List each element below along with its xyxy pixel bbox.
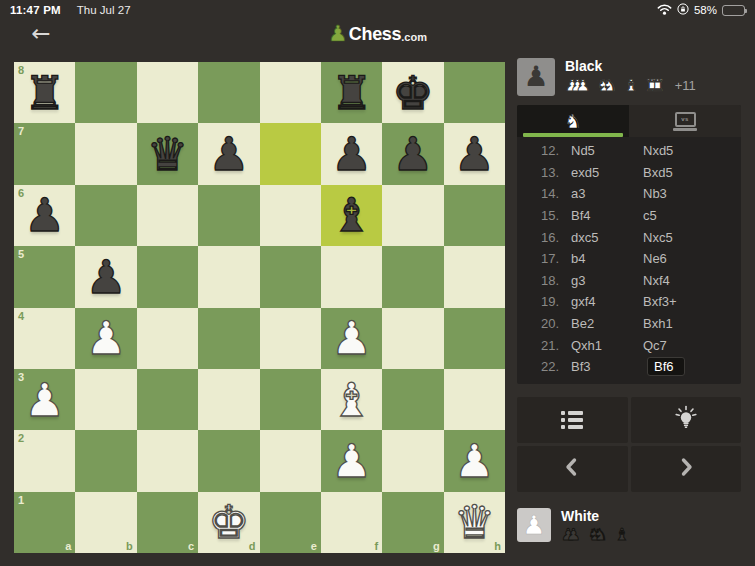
black-move[interactable]: Nxd5	[633, 143, 741, 158]
piece-wP-h2[interactable]: ♟	[454, 438, 495, 484]
piece-wB-f3[interactable]: ♝	[331, 377, 372, 423]
square-a5[interactable]: 5	[14, 246, 75, 307]
square-b4[interactable]: ♟	[75, 308, 136, 369]
square-c1[interactable]: c	[137, 492, 198, 553]
battery-percent: 58%	[694, 4, 717, 16]
square-a2[interactable]: 2	[14, 430, 75, 491]
white-move[interactable]: a3	[561, 186, 633, 201]
black-move[interactable]: Nxc5	[633, 230, 741, 245]
clock-date: Thu Jul 27	[77, 4, 131, 16]
captured-group-B: ♝	[624, 78, 638, 94]
move-number: 15.	[517, 208, 561, 223]
square-a4[interactable]: 4	[14, 308, 75, 369]
white-move[interactable]: g3	[561, 273, 633, 288]
move-row-21: 21.Qxh1Qc7	[517, 334, 741, 356]
file-label-g: g	[433, 540, 440, 552]
piece-bP-b5[interactable]: ♟	[85, 254, 126, 300]
captured-group-N: ♞♞	[588, 527, 608, 543]
square-g8[interactable]: ♚	[382, 62, 443, 123]
square-f7[interactable]: ♟	[321, 123, 382, 184]
square-f1[interactable]: f	[321, 492, 382, 553]
move-number: 22.	[517, 359, 561, 374]
white-player-row: ♟ White ♟♟♞♞♝	[517, 508, 741, 544]
captured-group-N: ♞♞	[597, 78, 617, 94]
chesscom-logo: ♟ Chess .com	[0, 20, 755, 48]
square-a6[interactable]: 6♟	[14, 185, 75, 246]
rank-label-6: 6	[18, 187, 24, 199]
square-e1[interactable]: e	[260, 492, 321, 553]
captured-group-R: ♜♜	[645, 78, 665, 94]
square-f5[interactable]	[321, 246, 382, 307]
square-b6[interactable]	[75, 185, 136, 246]
square-a1[interactable]: 1a	[14, 492, 75, 553]
white-move[interactable]: Qxh1	[561, 338, 633, 353]
move-list: 12.Nd5Nxd513.exd5Bxd514.a3Nb315.Bf4c516.…	[517, 137, 741, 384]
square-c3[interactable]	[137, 369, 198, 430]
move-row-18: 18.g3Nxf4	[517, 270, 741, 292]
square-d4[interactable]	[198, 308, 259, 369]
white-move[interactable]: Bf3	[561, 359, 633, 374]
square-a7[interactable]: 7	[14, 123, 75, 184]
rank-label-5: 5	[18, 248, 24, 260]
piece-bR-a8[interactable]: ♜	[24, 70, 65, 116]
square-h5[interactable]	[444, 246, 505, 307]
move-row-15: 15.Bf4c5	[517, 205, 741, 227]
square-c6[interactable]	[137, 185, 198, 246]
battery-icon	[722, 5, 745, 16]
move-number: 14.	[517, 186, 561, 201]
captured-piece-icon: ♝	[624, 78, 638, 94]
material-score: +11	[675, 78, 696, 93]
move-number: 12.	[517, 143, 561, 158]
square-g6[interactable]	[382, 185, 443, 246]
piece-bB-f6[interactable]: ♝	[331, 192, 372, 238]
piece-bP-g7[interactable]: ♟	[392, 131, 433, 177]
black-move[interactable]: Bxf3+	[633, 294, 741, 309]
square-g7[interactable]: ♟	[382, 123, 443, 184]
square-b1[interactable]: b	[75, 492, 136, 553]
rank-label-7: 7	[18, 125, 24, 137]
square-h3[interactable]	[444, 369, 505, 430]
captured-group-P: ♟♟♟	[565, 78, 590, 94]
piece-wP-b4[interactable]: ♟	[85, 315, 126, 361]
square-h8[interactable]	[444, 62, 505, 123]
square-a8[interactable]: 8♜	[14, 62, 75, 123]
piece-wQ-h1[interactable]: ♛	[454, 499, 495, 545]
file-label-a: a	[65, 540, 71, 552]
logo-pawn-icon: ♟	[328, 23, 348, 45]
file-label-f: f	[375, 540, 379, 552]
white-move[interactable]: Nd5	[561, 143, 633, 158]
file-label-e: e	[311, 540, 317, 552]
piece-bP-f7[interactable]: ♟	[331, 131, 372, 177]
square-g3[interactable]	[382, 369, 443, 430]
square-g1[interactable]: g	[382, 492, 443, 553]
black-move[interactable]: c5	[633, 208, 741, 223]
rotation-lock-icon	[677, 1, 689, 19]
square-h4[interactable]	[444, 308, 505, 369]
move-number: 13.	[517, 165, 561, 180]
rank-label-4: 4	[18, 310, 24, 322]
square-b3[interactable]	[75, 369, 136, 430]
side-panel: ♟ Black ♟♟♟♞♞♝♜♜+11 ♞ vs 12.Nd5Nxd513.ex…	[517, 58, 741, 544]
black-move[interactable]: Bxd5	[633, 165, 741, 180]
move-row-16: 16.dxc5Nxc5	[517, 226, 741, 248]
move-number: 18.	[517, 273, 561, 288]
square-c4[interactable]	[137, 308, 198, 369]
black-move[interactable]: Bf6	[633, 357, 741, 376]
chevron-left-icon	[561, 456, 583, 482]
square-d3[interactable]	[198, 369, 259, 430]
square-e2[interactable]	[260, 430, 321, 491]
black-player-row: ♟ Black ♟♟♟♞♞♝♜♜+11	[517, 58, 741, 96]
move-number: 16.	[517, 230, 561, 245]
square-b8[interactable]	[75, 62, 136, 123]
rank-label-1: 1	[18, 494, 24, 506]
white-move[interactable]: exd5	[561, 165, 633, 180]
square-b2[interactable]	[75, 430, 136, 491]
computer-icon: vs	[673, 112, 697, 131]
black-player-name: Black	[565, 58, 696, 74]
move-row-22: 22.Bf3Bf6	[517, 356, 741, 378]
chevron-right-icon	[675, 456, 697, 482]
captured-group-B: ♝	[614, 527, 628, 543]
clock-time: 11:47 PM	[10, 4, 61, 16]
move-row-12: 12.Nd5Nxd5	[517, 140, 741, 162]
control-buttons	[517, 397, 741, 492]
piece-bR-f8[interactable]: ♜	[331, 70, 372, 116]
captured-piece-icon: ♜	[650, 78, 664, 94]
piece-bK-g8[interactable]: ♚	[392, 70, 433, 116]
square-g5[interactable]	[382, 246, 443, 307]
square-f4[interactable]: ♟	[321, 308, 382, 369]
white-avatar: ♟	[517, 508, 551, 542]
black-move[interactable]: Qc7	[633, 338, 741, 353]
back-button[interactable]: ←	[26, 20, 56, 46]
black-avatar: ♟	[517, 58, 555, 96]
square-b7[interactable]	[75, 123, 136, 184]
file-label-c: c	[188, 540, 194, 552]
square-e7[interactable]	[260, 123, 321, 184]
square-e6[interactable]	[260, 185, 321, 246]
moves-list-button[interactable]	[517, 397, 628, 443]
square-c5[interactable]	[137, 246, 198, 307]
logo-text: Chess	[349, 24, 402, 45]
file-label-h: h	[494, 540, 501, 552]
white-captured-pieces: ♟♟♞♞♝	[561, 527, 636, 544]
file-label-b: b	[126, 540, 133, 552]
square-e8[interactable]	[260, 62, 321, 123]
white-move[interactable]: Be2	[561, 316, 633, 331]
move-number: 20.	[517, 316, 561, 331]
square-d1[interactable]: d♚	[198, 492, 259, 553]
moves-panel: ♞ vs 12.Nd5Nxd513.exd5Bxd514.a3Nb315.Bf4…	[517, 105, 741, 384]
square-h6[interactable]	[444, 185, 505, 246]
piece-wP-f2[interactable]: ♟	[331, 438, 372, 484]
captured-piece-icon: ♟	[566, 527, 580, 543]
square-f6[interactable]: ♝	[321, 185, 382, 246]
white-move[interactable]: b4	[561, 251, 633, 266]
piece-wK-d1[interactable]: ♚	[208, 499, 249, 545]
piece-wP-f4[interactable]: ♟	[331, 315, 372, 361]
white-player-name: White	[561, 508, 636, 524]
square-f8[interactable]: ♜	[321, 62, 382, 123]
square-d8[interactable]	[198, 62, 259, 123]
square-b5[interactable]: ♟	[75, 246, 136, 307]
white-move[interactable]: gxf4	[561, 294, 633, 309]
previous-move-button[interactable]	[517, 446, 628, 492]
captured-piece-icon: ♟	[576, 78, 590, 94]
wifi-icon	[657, 1, 672, 19]
next-move-button[interactable]	[631, 446, 742, 492]
logo-suffix: .com	[401, 31, 427, 43]
board: 8♜♜♚7♛♟♟♟♟6♟♝5♟4♟♟3♟♝2♟♟1abcd♚efgh♛	[14, 62, 505, 553]
black-move[interactable]: Nxf4	[633, 273, 741, 288]
rank-label-3: 3	[18, 371, 24, 383]
captured-piece-icon: ♝	[614, 527, 628, 543]
file-label-d: d	[249, 540, 256, 552]
square-d5[interactable]	[198, 246, 259, 307]
square-c7[interactable]: ♛	[137, 123, 198, 184]
piece-bP-a6[interactable]: ♟	[24, 192, 65, 238]
square-d7[interactable]: ♟	[198, 123, 259, 184]
move-row-13: 13.exd5Bxd5	[517, 162, 741, 184]
move-number: 19.	[517, 294, 561, 309]
piece-bQ-c7[interactable]: ♛	[147, 131, 188, 177]
lightbulb-icon	[673, 405, 699, 435]
square-h7[interactable]: ♟	[444, 123, 505, 184]
piece-bP-d7[interactable]: ♟	[208, 131, 249, 177]
square-e5[interactable]	[260, 246, 321, 307]
white-move[interactable]: Bf4	[561, 208, 633, 223]
black-move[interactable]: Ne6	[633, 251, 741, 266]
square-g4[interactable]	[382, 308, 443, 369]
black-move[interactable]: Bxh1	[633, 316, 741, 331]
list-icon	[561, 411, 583, 429]
white-move[interactable]: dxc5	[561, 230, 633, 245]
captured-piece-icon: ♞	[602, 78, 616, 94]
selected-move[interactable]: Bf6	[647, 357, 685, 376]
rank-label-8: 8	[18, 64, 24, 76]
square-c2[interactable]	[137, 430, 198, 491]
captured-group-P: ♟♟	[561, 527, 581, 543]
move-row-19: 19.gxf4Bxf3+	[517, 291, 741, 313]
black-captured-pieces: ♟♟♟♞♞♝♜♜+11	[565, 77, 696, 94]
captured-piece-icon: ♞	[593, 527, 607, 543]
square-f3[interactable]: ♝	[321, 369, 382, 430]
hint-button[interactable]	[631, 397, 742, 443]
black-move[interactable]: Nb3	[633, 186, 741, 201]
tab-moves[interactable]: ♞	[517, 105, 629, 137]
move-number: 17.	[517, 251, 561, 266]
square-e4[interactable]	[260, 308, 321, 369]
square-d2[interactable]	[198, 430, 259, 491]
square-e3[interactable]	[260, 369, 321, 430]
piece-wP-a3[interactable]: ♟	[24, 377, 65, 423]
active-tab-underline	[523, 133, 623, 137]
tab-vs-computer[interactable]: vs	[629, 105, 741, 137]
square-a3[interactable]: 3♟	[14, 369, 75, 430]
square-g2[interactable]	[382, 430, 443, 491]
status-bar: 11:47 PM Thu Jul 27 58%	[0, 0, 755, 20]
square-h1[interactable]: h♛	[444, 492, 505, 553]
square-d6[interactable]	[198, 185, 259, 246]
square-h2[interactable]: ♟	[444, 430, 505, 491]
square-c8[interactable]	[137, 62, 198, 123]
move-row-14: 14.a3Nb3	[517, 183, 741, 205]
move-number: 21.	[517, 338, 561, 353]
knight-tab-icon: ♞	[564, 112, 581, 131]
move-row-17: 17.b4Ne6	[517, 248, 741, 270]
move-row-20: 20.Be2Bxh1	[517, 313, 741, 335]
square-f2[interactable]: ♟	[321, 430, 382, 491]
rank-label-2: 2	[18, 432, 24, 444]
piece-bP-h7[interactable]: ♟	[454, 131, 495, 177]
